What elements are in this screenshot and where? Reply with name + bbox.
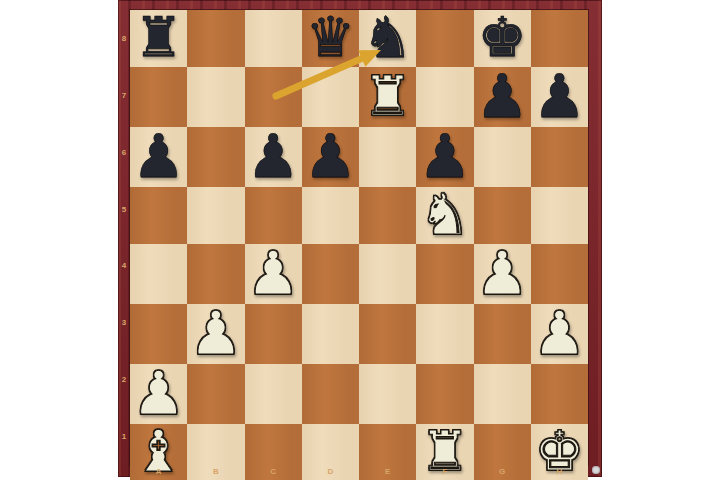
square-b4[interactable]: [187, 244, 244, 304]
square-e5[interactable]: [359, 187, 416, 244]
square-d5[interactable]: [302, 187, 359, 244]
black-pawn[interactable]: ♟: [418, 126, 472, 186]
file-label-b: B: [187, 465, 244, 477]
white-rook[interactable]: ♜: [363, 69, 412, 124]
black-pawn[interactable]: ♟: [246, 126, 300, 186]
white-knight[interactable]: ♞: [419, 186, 470, 243]
black-pawn[interactable]: ♟: [532, 66, 586, 126]
white-pawn[interactable]: ♟: [189, 303, 243, 363]
square-e3[interactable]: [359, 304, 416, 364]
square-e7[interactable]: ♜: [359, 67, 416, 127]
square-f3[interactable]: [416, 304, 473, 364]
white-pawn[interactable]: ♟: [132, 363, 186, 423]
white-pawn[interactable]: ♟: [532, 303, 586, 363]
file-label-d: D: [302, 465, 359, 477]
square-a2[interactable]: ♟: [130, 364, 187, 424]
square-b8[interactable]: [187, 10, 244, 67]
square-e6[interactable]: [359, 127, 416, 187]
square-b7[interactable]: [187, 67, 244, 127]
chessboard: ♜♛♞♚♜♟♟♟♟♟♟♞♟♟♟♟♟♝♜♚: [130, 10, 588, 465]
square-a5[interactable]: [130, 187, 187, 244]
square-a7[interactable]: [130, 67, 187, 127]
square-a8[interactable]: ♜: [130, 10, 187, 67]
file-label-c: C: [245, 465, 302, 477]
file-label-e: E: [359, 465, 416, 477]
corner-dot-marker: [592, 466, 600, 474]
square-g4[interactable]: ♟: [474, 244, 531, 304]
square-a3[interactable]: [130, 304, 187, 364]
square-e8[interactable]: ♞: [359, 10, 416, 67]
square-d2[interactable]: [302, 364, 359, 424]
black-pawn[interactable]: ♟: [303, 126, 357, 186]
square-h7[interactable]: ♟: [531, 67, 588, 127]
board-frame: ♜♛♞♚♜♟♟♟♟♟♟♞♟♟♟♟♟♝♜♚ 87654321 ABCDEFGH: [118, 0, 602, 477]
square-e4[interactable]: [359, 244, 416, 304]
square-c2[interactable]: [245, 364, 302, 424]
square-e2[interactable]: [359, 364, 416, 424]
square-g7[interactable]: ♟: [474, 67, 531, 127]
file-label-a: A: [130, 465, 187, 477]
file-label-g: G: [474, 465, 531, 477]
rank-label-1: 1: [118, 408, 130, 465]
black-pawn[interactable]: ♟: [475, 66, 529, 126]
white-pawn[interactable]: ♟: [475, 243, 529, 303]
square-d6[interactable]: ♟: [302, 127, 359, 187]
square-f2[interactable]: [416, 364, 473, 424]
square-c6[interactable]: ♟: [245, 127, 302, 187]
rank-label-8: 8: [118, 10, 130, 67]
rank-label-3: 3: [118, 294, 130, 351]
square-c8[interactable]: [245, 10, 302, 67]
square-d7[interactable]: [302, 67, 359, 127]
square-g5[interactable]: [474, 187, 531, 244]
square-g3[interactable]: [474, 304, 531, 364]
file-label-h: H: [531, 465, 588, 477]
square-b2[interactable]: [187, 364, 244, 424]
square-h3[interactable]: ♟: [531, 304, 588, 364]
rank-label-4: 4: [118, 238, 130, 295]
square-g6[interactable]: [474, 127, 531, 187]
square-g2[interactable]: [474, 364, 531, 424]
rank-label-5: 5: [118, 181, 130, 238]
square-c7[interactable]: [245, 67, 302, 127]
square-h4[interactable]: [531, 244, 588, 304]
square-f6[interactable]: ♟: [416, 127, 473, 187]
square-h2[interactable]: [531, 364, 588, 424]
square-f4[interactable]: [416, 244, 473, 304]
square-g8[interactable]: ♚: [474, 10, 531, 67]
black-queen[interactable]: ♛: [306, 10, 355, 65]
square-f5[interactable]: ♞: [416, 187, 473, 244]
square-d3[interactable]: [302, 304, 359, 364]
black-rook[interactable]: ♜: [134, 10, 183, 65]
rank-label-2: 2: [118, 351, 130, 408]
square-h5[interactable]: [531, 187, 588, 244]
square-b5[interactable]: [187, 187, 244, 244]
rank-label-7: 7: [118, 67, 130, 124]
square-c3[interactable]: [245, 304, 302, 364]
square-a4[interactable]: [130, 244, 187, 304]
square-f7[interactable]: [416, 67, 473, 127]
file-label-f: F: [416, 465, 473, 477]
square-f8[interactable]: [416, 10, 473, 67]
rank-label-6: 6: [118, 124, 130, 181]
black-knight[interactable]: ♞: [362, 9, 413, 66]
black-king[interactable]: ♚: [477, 10, 526, 65]
square-d8[interactable]: ♛: [302, 10, 359, 67]
square-b6[interactable]: [187, 127, 244, 187]
square-c4[interactable]: ♟: [245, 244, 302, 304]
black-pawn[interactable]: ♟: [132, 126, 186, 186]
square-a6[interactable]: ♟: [130, 127, 187, 187]
page: ♜♛♞♚♜♟♟♟♟♟♟♞♟♟♟♟♟♝♜♚ 87654321 ABCDEFGH: [0, 0, 720, 480]
square-c5[interactable]: [245, 187, 302, 244]
square-d4[interactable]: [302, 244, 359, 304]
square-b3[interactable]: ♟: [187, 304, 244, 364]
white-pawn[interactable]: ♟: [246, 243, 300, 303]
square-h8[interactable]: [531, 10, 588, 67]
square-h6[interactable]: [531, 127, 588, 187]
